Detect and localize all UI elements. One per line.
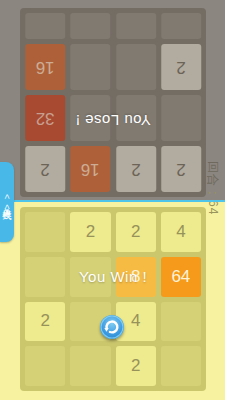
empty-cell (161, 302, 201, 342)
restart-button[interactable] (100, 315, 124, 339)
tile-2: 2 (70, 212, 110, 252)
divider-line (0, 200, 225, 202)
tile-16: 16 (25, 44, 65, 90)
empty-cell (70, 44, 110, 90)
empty-cell (70, 13, 110, 39)
player-board[interactable]: 2 2 4 8 64 2 4 2 (20, 207, 206, 391)
empty-cell (70, 346, 110, 386)
win-text: You Win ! (20, 268, 206, 285)
tile-2: 2 (116, 346, 156, 386)
turn-counter-label: 回合 (206, 161, 220, 187)
empty-cell (116, 44, 156, 90)
empty-cell (116, 13, 156, 39)
mode-tab-label: <单人模式< (0, 194, 14, 211)
tile-2: 2 (25, 146, 65, 192)
tile-2: 2 (25, 302, 65, 342)
empty-cell (25, 13, 65, 39)
lose-text: You Lose ! (20, 112, 206, 129)
empty-cell (161, 346, 201, 386)
empty-cell (161, 13, 201, 39)
tile-2: 2 (116, 212, 156, 252)
turn-counter: 回合 : 64 (203, 161, 223, 245)
tile-2: 2 (116, 146, 156, 192)
tile-4: 4 (161, 212, 201, 252)
empty-cell (25, 346, 65, 386)
rotate-ccw-icon (100, 315, 124, 339)
tile-2: 2 (161, 44, 201, 90)
opponent-board[interactable]: 16 2 32 2 16 2 2 (20, 8, 206, 197)
tile-2: 2 (161, 146, 201, 192)
empty-cell (25, 212, 65, 252)
mode-drawer-tab[interactable]: <单人模式< (0, 162, 14, 242)
game-screen: 16 2 32 2 16 2 2 You Lose ! 2 2 4 8 64 2… (0, 0, 225, 400)
tile-16: 16 (70, 146, 110, 192)
